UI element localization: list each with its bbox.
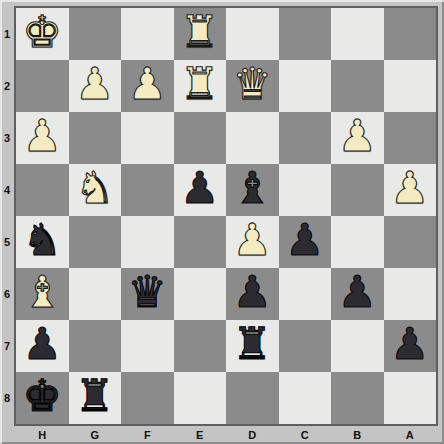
square-b4[interactable] [331, 164, 384, 216]
piece-white-rook[interactable]: ♜ [180, 62, 219, 106]
piece-white-rook[interactable]: ♜ [180, 10, 219, 54]
square-g3[interactable] [69, 112, 122, 164]
square-d7[interactable]: ♜ [226, 320, 279, 372]
rank-label-3: 3 [0, 112, 14, 164]
square-b5[interactable] [331, 216, 384, 268]
square-b2[interactable] [331, 60, 384, 112]
square-g4[interactable]: ♞ [69, 164, 122, 216]
piece-black-knight[interactable]: ♞ [23, 218, 62, 262]
square-d4[interactable]: ♝ [226, 164, 279, 216]
square-a4[interactable]: ♟ [384, 164, 437, 216]
piece-black-pawn[interactable]: ♟ [285, 218, 324, 262]
file-label-e: E [174, 426, 227, 444]
square-c1[interactable] [279, 8, 332, 60]
square-c7[interactable] [279, 320, 332, 372]
square-h8[interactable]: ♚ [16, 372, 69, 424]
piece-white-pawn[interactable]: ♟ [390, 166, 429, 210]
file-label-a: A [384, 426, 437, 444]
piece-white-queen[interactable]: ♛ [233, 62, 272, 106]
square-f8[interactable] [121, 372, 174, 424]
piece-white-knight[interactable]: ♞ [75, 166, 114, 210]
piece-black-pawn[interactable]: ♟ [338, 270, 377, 314]
square-c5[interactable]: ♟ [279, 216, 332, 268]
square-a2[interactable] [384, 60, 437, 112]
piece-white-bishop[interactable]: ♝ [23, 270, 62, 314]
square-h3[interactable]: ♟ [16, 112, 69, 164]
square-h5[interactable]: ♞ [16, 216, 69, 268]
file-label-h: H [16, 426, 69, 444]
rank-label-7: 7 [0, 320, 14, 372]
piece-black-rook[interactable]: ♜ [233, 322, 272, 366]
square-h6[interactable]: ♝ [16, 268, 69, 320]
square-f2[interactable]: ♟ [121, 60, 174, 112]
square-b3[interactable]: ♟ [331, 112, 384, 164]
square-e2[interactable]: ♜ [174, 60, 227, 112]
square-h1[interactable]: ♚ [16, 8, 69, 60]
piece-white-pawn[interactable]: ♟ [338, 114, 377, 158]
square-b8[interactable] [331, 372, 384, 424]
piece-black-pawn[interactable]: ♟ [23, 322, 62, 366]
rank-label-2: 2 [0, 60, 14, 112]
file-label-f: F [121, 426, 174, 444]
piece-white-pawn[interactable]: ♟ [75, 62, 114, 106]
square-b6[interactable]: ♟ [331, 268, 384, 320]
square-d5[interactable]: ♟ [226, 216, 279, 268]
square-a6[interactable] [384, 268, 437, 320]
square-e4[interactable]: ♟ [174, 164, 227, 216]
square-g5[interactable] [69, 216, 122, 268]
square-d2[interactable]: ♛ [226, 60, 279, 112]
rank-labels: 12345678 [0, 8, 14, 424]
chess-board: ♚♜♟♟♜♛♟♟♞♟♝♟♞♟♟♝♛♟♟♟♜♟♚♜ [16, 8, 436, 424]
piece-white-pawn[interactable]: ♟ [128, 62, 167, 106]
file-label-c: C [279, 426, 332, 444]
piece-white-pawn[interactable]: ♟ [23, 114, 62, 158]
square-c6[interactable] [279, 268, 332, 320]
square-a5[interactable] [384, 216, 437, 268]
square-f5[interactable] [121, 216, 174, 268]
file-label-d: D [226, 426, 279, 444]
square-g8[interactable]: ♜ [69, 372, 122, 424]
piece-black-pawn[interactable]: ♟ [233, 270, 272, 314]
file-label-b: B [331, 426, 384, 444]
piece-black-king[interactable]: ♚ [23, 374, 62, 418]
square-a8[interactable] [384, 372, 437, 424]
square-e1[interactable]: ♜ [174, 8, 227, 60]
square-e3[interactable] [174, 112, 227, 164]
square-d3[interactable] [226, 112, 279, 164]
piece-black-pawn[interactable]: ♟ [390, 322, 429, 366]
rank-label-1: 1 [0, 8, 14, 60]
square-f7[interactable] [121, 320, 174, 372]
square-d1[interactable] [226, 8, 279, 60]
square-e6[interactable] [174, 268, 227, 320]
square-a7[interactable]: ♟ [384, 320, 437, 372]
square-c2[interactable] [279, 60, 332, 112]
square-f6[interactable]: ♛ [121, 268, 174, 320]
piece-black-rook[interactable]: ♜ [75, 374, 114, 418]
square-h4[interactable] [16, 164, 69, 216]
file-labels: HGFEDCBA [16, 426, 436, 444]
square-a1[interactable] [384, 8, 437, 60]
square-c3[interactable] [279, 112, 332, 164]
square-e8[interactable] [174, 372, 227, 424]
rank-label-6: 6 [0, 268, 14, 320]
piece-black-bishop[interactable]: ♝ [233, 166, 272, 210]
square-b7[interactable] [331, 320, 384, 372]
rank-label-5: 5 [0, 216, 14, 268]
square-a3[interactable] [384, 112, 437, 164]
square-g2[interactable]: ♟ [69, 60, 122, 112]
square-f4[interactable] [121, 164, 174, 216]
piece-white-pawn[interactable]: ♟ [233, 218, 272, 262]
square-f1[interactable] [121, 8, 174, 60]
square-h2[interactable] [16, 60, 69, 112]
square-e7[interactable] [174, 320, 227, 372]
board-frame: ♚♜♟♟♜♛♟♟♞♟♝♟♞♟♟♝♛♟♟♟♜♟♚♜ [14, 6, 438, 426]
square-d6[interactable]: ♟ [226, 268, 279, 320]
piece-black-queen[interactable]: ♛ [128, 270, 167, 314]
rank-label-8: 8 [0, 372, 14, 424]
file-label-g: G [69, 426, 122, 444]
square-b1[interactable] [331, 8, 384, 60]
square-g7[interactable] [69, 320, 122, 372]
square-g1[interactable] [69, 8, 122, 60]
square-c4[interactable] [279, 164, 332, 216]
chess-diagram: 12345678 ♚♜♟♟♜♛♟♟♞♟♝♟♞♟♟♝♛♟♟♟♜♟♚♜ HGFEDC… [0, 0, 444, 444]
square-e5[interactable] [174, 216, 227, 268]
square-d8[interactable] [226, 372, 279, 424]
square-c8[interactable] [279, 372, 332, 424]
square-g6[interactable] [69, 268, 122, 320]
rank-label-4: 4 [0, 164, 14, 216]
square-h7[interactable]: ♟ [16, 320, 69, 372]
piece-white-king[interactable]: ♚ [23, 10, 62, 54]
square-f3[interactable] [121, 112, 174, 164]
piece-black-pawn[interactable]: ♟ [180, 166, 219, 210]
